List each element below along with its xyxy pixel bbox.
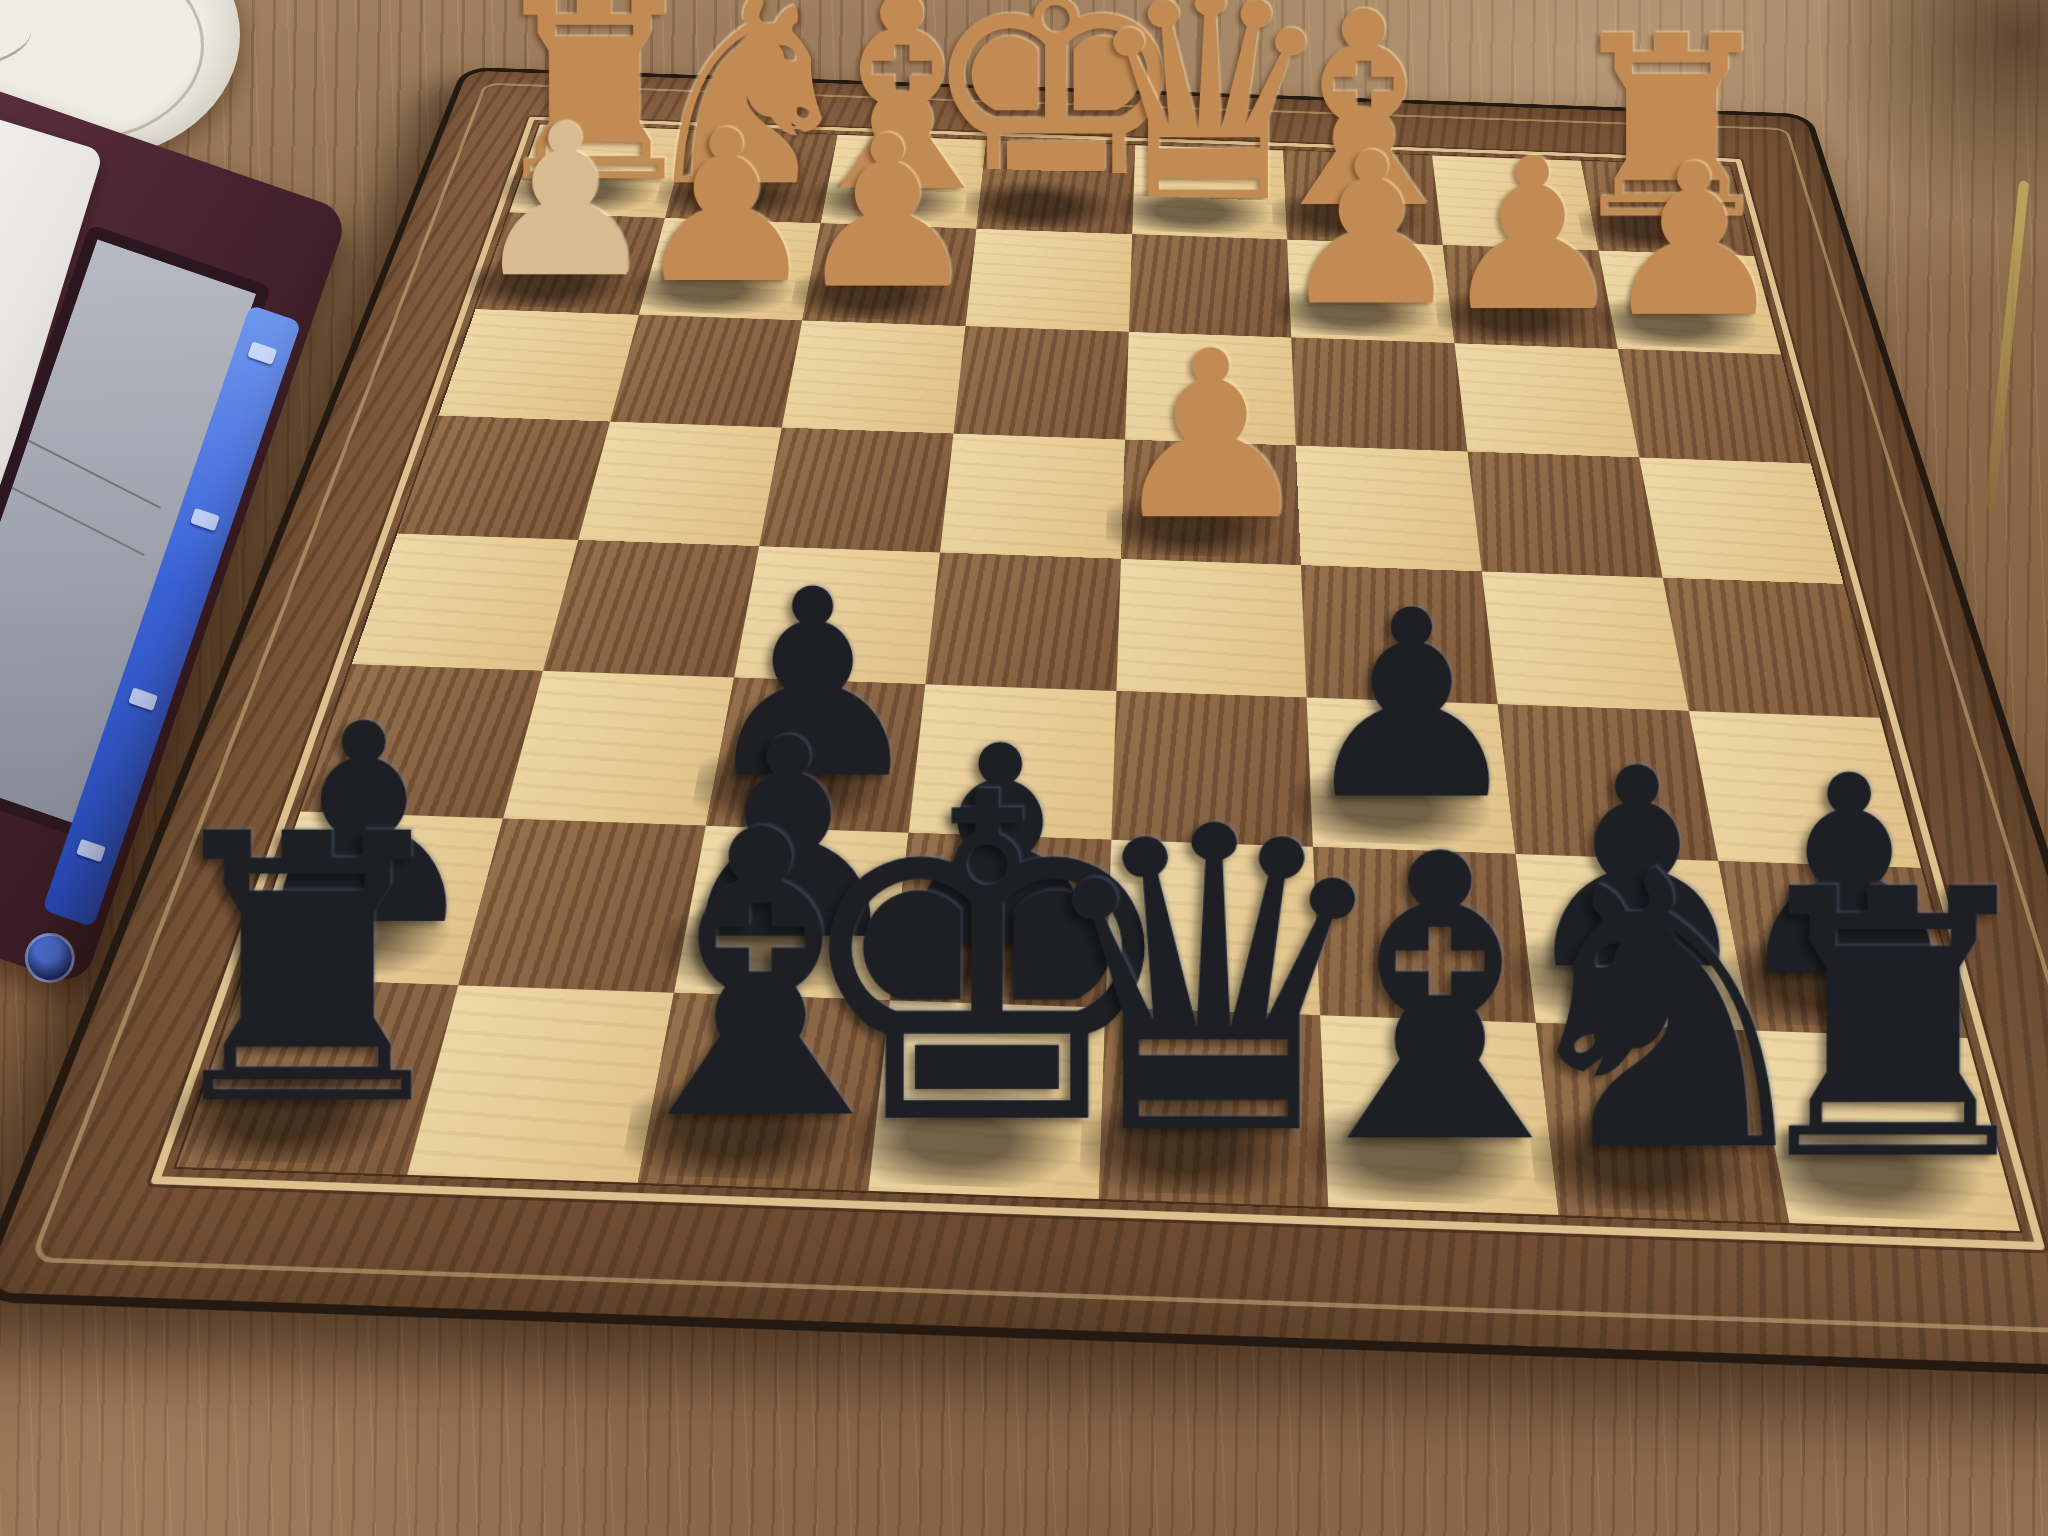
chess-board: ♜♞♝♚♛♝♜♟♟♟♟♟♟♟♟♟♟♟♟♟♟♜♝♚♛♝♞♜	[0, 67, 2048, 1380]
black-rook-a8[interactable]: ♜	[1727, 879, 2048, 1175]
white-pawn-a2[interactable]: ♟	[1599, 158, 1787, 326]
square-c4[interactable]	[1296, 445, 1482, 571]
square-b3[interactable]	[1455, 343, 1639, 457]
square-f2[interactable]: ♟	[802, 223, 976, 326]
square-a2[interactable]: ♟	[1599, 250, 1781, 354]
white-pawn-b2[interactable]: ♟	[1438, 152, 1626, 320]
square-d4[interactable]: ♟	[1121, 439, 1302, 564]
square-e4[interactable]	[940, 433, 1125, 558]
square-c3[interactable]	[1292, 337, 1468, 451]
square-a5[interactable]	[1663, 577, 1880, 717]
square-e5[interactable]	[925, 552, 1121, 691]
square-b2[interactable]: ♟	[1443, 245, 1618, 349]
white-pawn-f2[interactable]: ♟	[794, 129, 982, 297]
square-a8[interactable]: ♜	[1752, 1031, 2020, 1232]
white-pawn-h2[interactable]: ♟	[471, 118, 659, 286]
square-d5[interactable]	[1116, 559, 1307, 698]
board-scene: ♜♞♝♚♛♝♜♟♟♟♟♟♟♟♟♟♟♟♟♟♟♜♝♚♛♝♞♜	[0, 0, 2048, 1536]
white-pawn-g2[interactable]: ♟	[633, 124, 821, 292]
black-rook-h8[interactable]: ♜	[142, 824, 473, 1120]
white-pawn-d4[interactable]: ♟	[1107, 344, 1315, 529]
square-a4[interactable]	[1639, 457, 1843, 583]
white-pawn-c2[interactable]: ♟	[1277, 146, 1465, 314]
square-g4[interactable]	[578, 421, 781, 546]
square-a3[interactable]	[1618, 349, 1811, 463]
